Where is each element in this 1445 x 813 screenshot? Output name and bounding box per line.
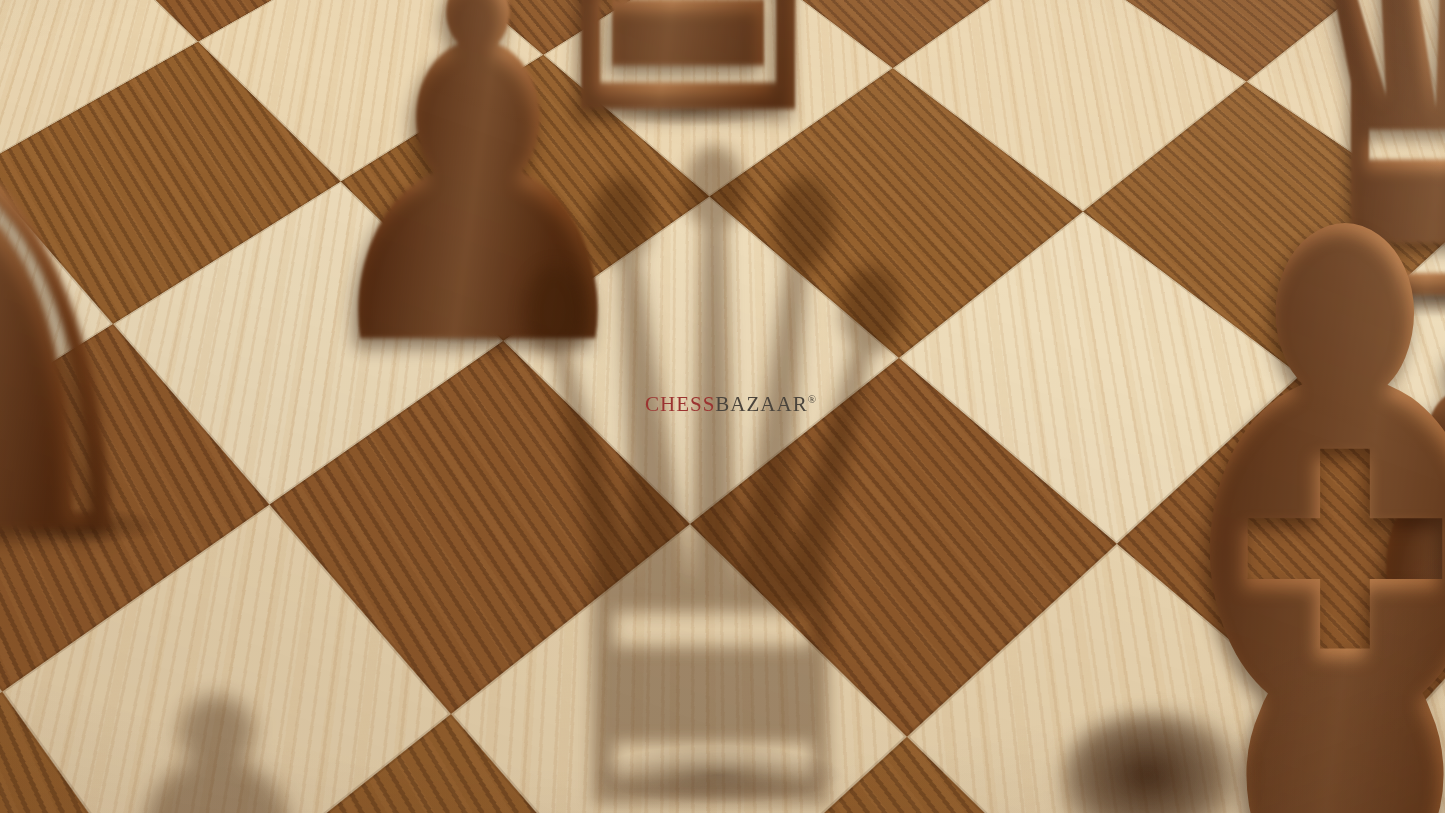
- chessboard: [0, 0, 1445, 813]
- photo-stage: ♛♟♚♛♝♟♟♞ CHESSBAZAAR®: [0, 0, 1445, 813]
